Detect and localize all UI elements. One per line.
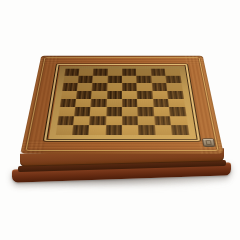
square-b5 <box>76 91 92 99</box>
square-b2 <box>73 116 90 125</box>
square-c2 <box>89 116 106 125</box>
square-h3 <box>169 107 186 116</box>
square-c3 <box>90 107 106 116</box>
square-e8 <box>122 68 137 75</box>
square-d3 <box>106 107 122 116</box>
square-a7 <box>63 76 79 84</box>
square-d8 <box>107 68 122 75</box>
square-e2 <box>122 116 138 125</box>
square-h6 <box>166 83 182 91</box>
square-d6 <box>107 83 122 91</box>
square-f4 <box>137 99 153 107</box>
square-e1 <box>122 125 139 135</box>
square-c7 <box>92 76 107 84</box>
square-f6 <box>137 83 152 91</box>
square-g6 <box>152 83 168 91</box>
square-g2 <box>154 116 171 125</box>
square-b6 <box>77 83 93 91</box>
square-b7 <box>78 76 93 84</box>
square-b1 <box>72 125 89 135</box>
square-f1 <box>138 125 155 135</box>
square-g1 <box>155 125 172 135</box>
square-a5 <box>61 91 77 99</box>
square-d7 <box>107 76 122 84</box>
square-d5 <box>107 91 122 99</box>
square-e7 <box>122 76 137 84</box>
square-g4 <box>153 99 169 107</box>
square-h7 <box>166 76 182 84</box>
square-e6 <box>122 83 137 91</box>
square-g5 <box>152 91 168 99</box>
square-h2 <box>170 116 187 125</box>
board-3d-wrap <box>20 56 223 154</box>
square-f7 <box>137 76 152 84</box>
square-h5 <box>167 91 183 99</box>
square-g3 <box>153 107 170 116</box>
maker-medallion <box>201 138 215 147</box>
square-e5 <box>122 91 137 99</box>
square-h1 <box>171 125 189 135</box>
checker-field <box>55 68 188 134</box>
square-d4 <box>106 99 122 107</box>
square-g8 <box>151 68 166 75</box>
square-f2 <box>138 116 155 125</box>
square-h8 <box>165 68 180 75</box>
square-c1 <box>89 125 106 135</box>
product-photo-scene <box>0 0 240 240</box>
square-c6 <box>92 83 107 91</box>
square-a1 <box>55 125 73 135</box>
square-e4 <box>122 99 138 107</box>
square-f3 <box>138 107 154 116</box>
square-b4 <box>75 99 91 107</box>
square-a3 <box>58 107 75 116</box>
square-a4 <box>59 99 76 107</box>
square-a2 <box>57 116 74 125</box>
square-d1 <box>105 125 122 135</box>
square-e3 <box>122 107 138 116</box>
square-b8 <box>78 68 93 75</box>
square-c8 <box>93 68 108 75</box>
board-face <box>20 56 223 154</box>
medallion-engraving <box>205 140 211 145</box>
square-f8 <box>136 68 151 75</box>
square-c4 <box>91 99 107 107</box>
square-a6 <box>62 83 78 91</box>
square-d2 <box>106 116 122 125</box>
square-h4 <box>168 99 185 107</box>
square-c5 <box>91 91 107 99</box>
square-g7 <box>151 76 166 84</box>
square-f5 <box>137 91 153 99</box>
square-b3 <box>74 107 91 116</box>
square-a8 <box>64 68 79 75</box>
